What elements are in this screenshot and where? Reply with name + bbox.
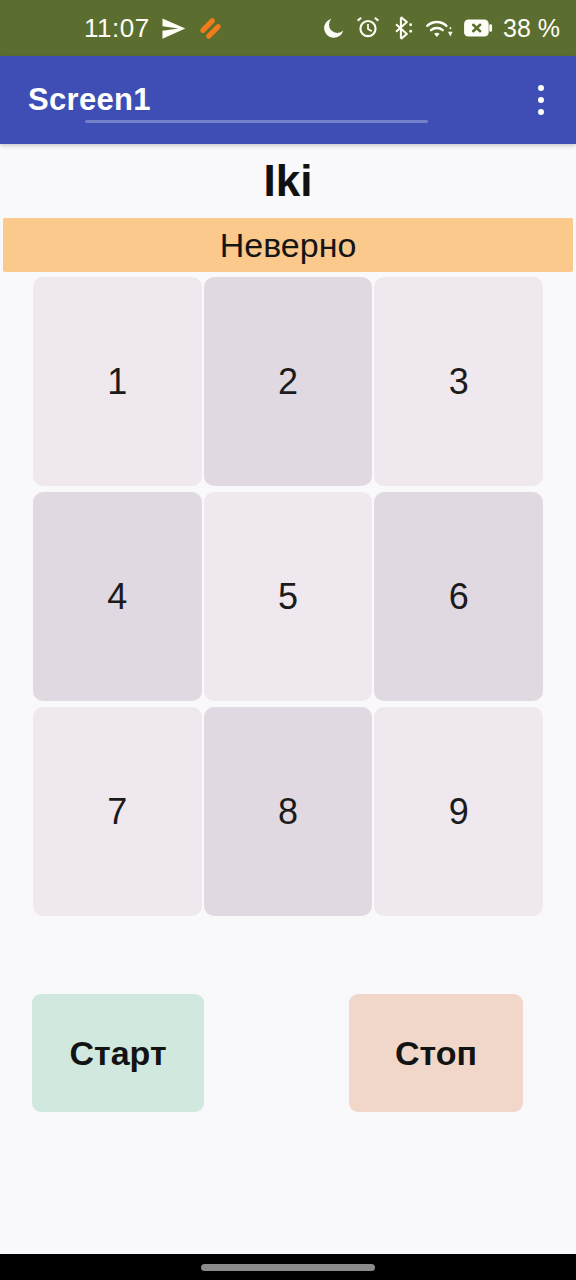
telegram-send-icon xyxy=(160,15,187,42)
grid-cell-5[interactable]: 5 xyxy=(204,492,373,701)
clock-text: 11:07 xyxy=(84,13,150,44)
status-bar: 11:07 xyxy=(0,0,576,56)
grid-cell-7[interactable]: 7 xyxy=(33,707,202,916)
app-bar-title: Screen1 xyxy=(28,82,151,118)
grid-cell-9[interactable]: 9 xyxy=(374,707,543,916)
grid-cell-4[interactable]: 4 xyxy=(33,492,202,701)
health-stripes-icon xyxy=(197,15,224,42)
phone-screen: 11:07 xyxy=(0,0,576,1280)
grid-cell-6[interactable]: 6 xyxy=(374,492,543,701)
kebab-dot xyxy=(538,85,544,91)
feedback-banner: Неверно xyxy=(3,218,573,272)
kebab-dot xyxy=(538,97,544,103)
app-bar: Screen1 xyxy=(0,56,576,144)
grid-cell-2[interactable]: 2 xyxy=(204,277,373,486)
grid-cell-1[interactable]: 1 xyxy=(33,277,202,486)
gesture-nav-bar xyxy=(0,1254,576,1280)
kebab-menu-icon[interactable] xyxy=(532,77,550,123)
grid-cell-3[interactable]: 3 xyxy=(374,277,543,486)
gesture-nav-handle[interactable] xyxy=(201,1264,375,1271)
battery-percent-text: 38 % xyxy=(503,14,560,43)
controls-row: Старт Стоп xyxy=(0,994,576,1112)
status-bar-left: 11:07 xyxy=(84,13,224,44)
stop-button[interactable]: Стоп xyxy=(349,994,523,1112)
battery-saver-icon xyxy=(463,17,493,39)
grid-cell-8[interactable]: 8 xyxy=(204,707,373,916)
status-bar-right: 38 % xyxy=(321,14,560,43)
wifi-icon xyxy=(423,15,455,41)
appbar-underline xyxy=(85,120,428,123)
start-button[interactable]: Старт xyxy=(32,994,204,1112)
bluetooth-icon xyxy=(389,15,415,41)
number-grid: 1 2 3 4 5 6 7 8 9 xyxy=(33,277,543,916)
alarm-clock-icon xyxy=(355,15,381,41)
page-title: Iki xyxy=(0,156,576,206)
kebab-dot xyxy=(538,109,544,115)
do-not-disturb-moon-icon xyxy=(321,15,347,41)
